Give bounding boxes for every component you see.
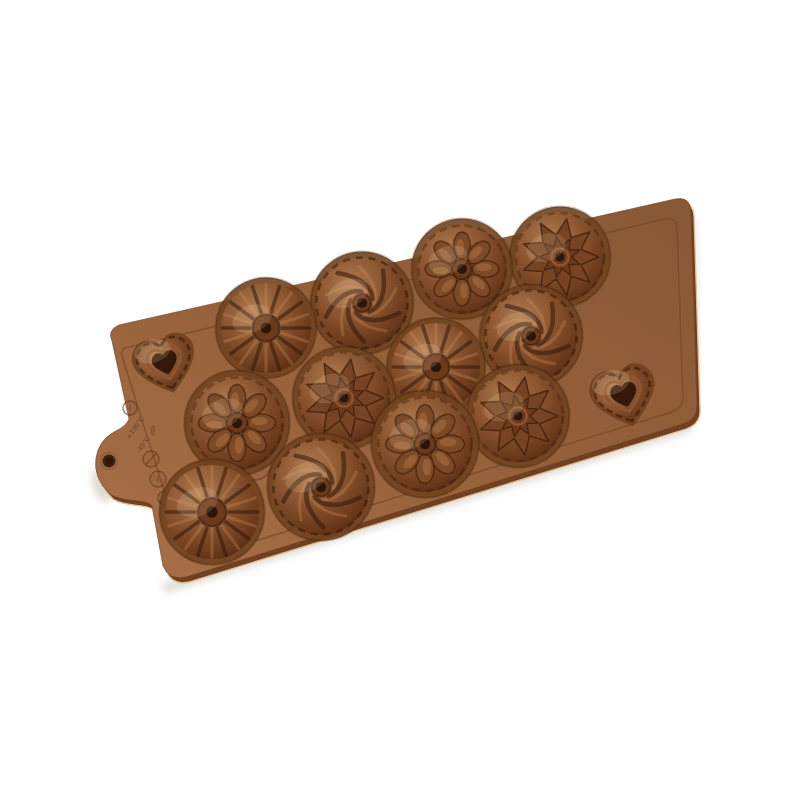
hanging-tab bbox=[101, 453, 118, 470]
product-photo-canvas: +230°C-40°C bbox=[0, 0, 800, 800]
cavity-star-dahlia-r3c4 bbox=[466, 364, 569, 467]
cavity-flower-wreath-r3c3 bbox=[371, 390, 479, 498]
cavity-swirl-bundt-r3c2 bbox=[267, 433, 375, 541]
cavity-fluted-bundt-r3c1 bbox=[159, 459, 264, 564]
chocolate-mold-photo: +230°C-40°C bbox=[0, 0, 800, 800]
cavity-fluted-bundt-r1c2 bbox=[216, 278, 317, 379]
